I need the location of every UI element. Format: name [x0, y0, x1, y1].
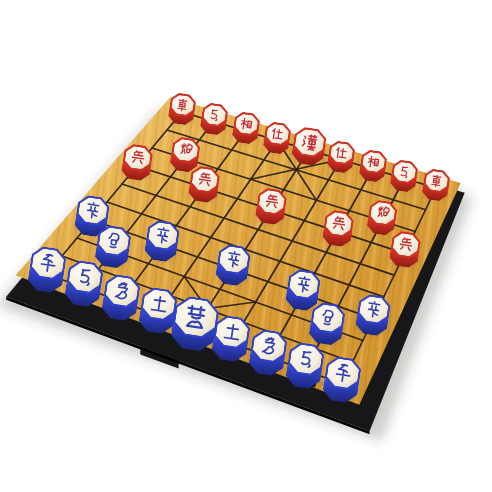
piece-character-仕 [269, 126, 286, 141]
piece-blue-soldier[interactable] [214, 243, 251, 287]
piece-blue-soldier[interactable] [144, 219, 181, 263]
piece-red-chariot[interactable] [421, 168, 451, 202]
piece-character-卒 [223, 250, 245, 270]
piece-face [361, 151, 385, 173]
piece-red-advisor[interactable] [262, 120, 292, 154]
piece-face [148, 221, 179, 249]
piece-face [329, 141, 353, 163]
piece-face [171, 94, 195, 116]
piece-red-elephant[interactable] [358, 149, 388, 183]
piece-face [172, 138, 198, 162]
piece-character-兵 [128, 149, 147, 167]
piece-character-卒 [82, 200, 104, 220]
piece-character-車 [331, 362, 355, 384]
piece-character-兵 [195, 171, 214, 189]
piece-face [312, 303, 344, 333]
piece-red-general[interactable] [290, 126, 327, 167]
piece-face [325, 211, 353, 236]
piece-red-soldier[interactable] [187, 165, 221, 204]
piece-character-卒 [363, 299, 385, 319]
piece-character-漢 [299, 132, 321, 152]
piece-face [288, 270, 319, 298]
piece-character-卒 [293, 274, 315, 294]
piece-face [252, 330, 287, 362]
piece-character-仕 [333, 145, 350, 160]
piece-character-士 [220, 321, 244, 343]
piece-red-soldier[interactable] [321, 208, 355, 247]
piece-blue-soldier[interactable] [355, 293, 392, 337]
piece-character-兵 [262, 193, 281, 211]
piece-character-相 [365, 154, 382, 169]
piece-red-horse[interactable] [389, 158, 419, 192]
piece-face [266, 122, 290, 144]
piece-face [359, 295, 390, 323]
piece-blue-elephant[interactable] [248, 327, 289, 376]
piece-blue-horse[interactable] [285, 341, 326, 390]
piece-character-馬 [294, 348, 318, 370]
piece-character-馬 [73, 266, 97, 288]
piece-character-包 [317, 307, 340, 328]
piece-face [294, 128, 325, 157]
piece-face [258, 189, 286, 214]
piece-character-士 [146, 293, 170, 315]
piece-character-包 [102, 230, 125, 251]
piece-red-soldier[interactable] [254, 186, 288, 225]
piece-character-車 [36, 252, 60, 274]
piece-character-兵 [396, 236, 415, 254]
piece-character-馬 [206, 107, 223, 122]
piece-character-相 [238, 116, 255, 131]
piece-red-elephant[interactable] [231, 111, 261, 145]
piece-character-楚 [180, 303, 211, 332]
piece-face [191, 167, 219, 192]
piece-red-soldier[interactable] [388, 230, 422, 269]
piece-red-soldier[interactable] [120, 143, 154, 182]
piece-character-象 [257, 334, 281, 356]
piece-blue-chariot[interactable] [321, 355, 362, 404]
piece-face [97, 226, 129, 256]
piece-character-象 [110, 279, 134, 301]
piece-character-兵 [329, 214, 348, 232]
piece-face [425, 170, 449, 192]
piece-face [234, 113, 258, 135]
piece-face [202, 103, 226, 125]
piece-character-車 [174, 97, 191, 112]
piece-blue-cannon[interactable] [308, 301, 347, 347]
piece-face [215, 316, 250, 348]
piece-red-advisor[interactable] [326, 139, 356, 173]
piece-character-馬 [396, 164, 413, 179]
piece-face [393, 160, 417, 182]
piece-character-車 [428, 173, 445, 188]
piece-face [124, 145, 152, 170]
piece-red-chariot[interactable] [167, 92, 197, 126]
piece-face [77, 196, 108, 224]
piece-face [104, 275, 139, 307]
piece-character-炮 [374, 205, 392, 222]
piece-face [370, 201, 396, 225]
piece-character-炮 [176, 142, 194, 159]
piece-blue-advisor[interactable] [211, 314, 252, 363]
product-photo-scene [0, 0, 492, 492]
piece-character-卒 [152, 225, 174, 245]
piece-blue-horse[interactable] [63, 259, 104, 308]
piece-blue-elephant[interactable] [100, 272, 141, 321]
piece-red-horse[interactable] [199, 101, 229, 135]
piece-blue-chariot[interactable] [26, 245, 67, 294]
